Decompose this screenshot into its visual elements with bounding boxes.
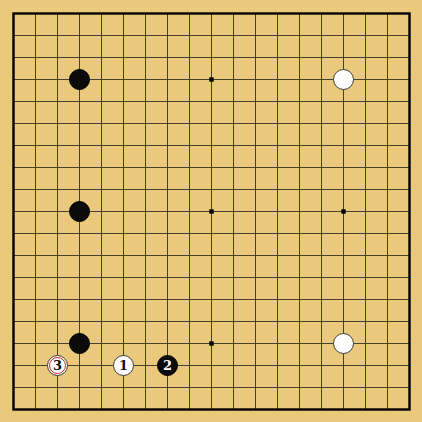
move-number-label: 3 (53, 359, 62, 372)
move-3-white-stone: 3 (47, 355, 68, 376)
move-number-label: 2 (163, 359, 172, 372)
stones-layer: 123 (3, 3, 421, 421)
black-stone (69, 69, 90, 90)
move-1-white-stone: 1 (113, 355, 134, 376)
move-number-label: 1 (119, 359, 128, 372)
black-stone (69, 201, 90, 222)
move-2-black-stone: 2 (157, 355, 178, 376)
black-stone (69, 333, 90, 354)
white-stone (333, 333, 354, 354)
white-stone (333, 69, 354, 90)
go-board[interactable]: 123 (0, 0, 422, 422)
